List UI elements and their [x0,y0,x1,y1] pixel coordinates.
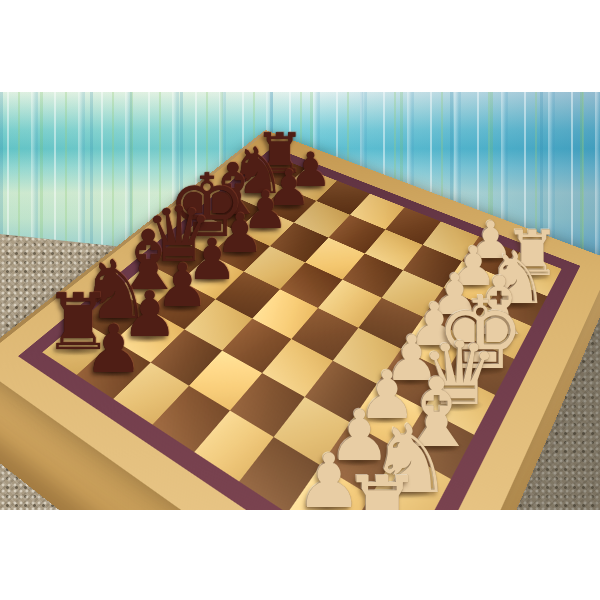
chess-photo: Angled photograph of a wooden chess set … [0,0,600,600]
photo-scene: ♜♞♝♛♚♝♞♜♟♟♟♟♟♟♟♟♟♟♟♟♟♟♟♟♜♞♝♛♚♝♞♜ [0,92,600,510]
